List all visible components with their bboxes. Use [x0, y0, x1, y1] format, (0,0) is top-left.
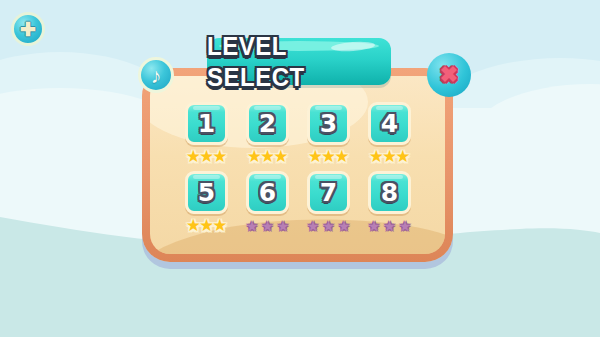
level-cell: 7★★★ [307, 171, 350, 235]
star-gold-icon: ★ [334, 147, 349, 166]
level-5-button[interactable]: 5 [185, 171, 228, 214]
level-8-stars: ★★★ [366, 217, 413, 235]
star-purple-icon: ★ [277, 218, 290, 234]
star-purple-icon: ★ [399, 218, 412, 234]
level-6-button[interactable]: 6 [246, 171, 289, 214]
close-button[interactable]: ✖ [427, 53, 471, 97]
level-1-stars: ★★★ [187, 148, 227, 166]
level-1-button[interactable]: 1 [185, 102, 228, 145]
level-cell: 6★★★ [246, 171, 289, 235]
star-gold-icon: ★ [212, 216, 227, 235]
level-4-button[interactable]: 4 [368, 102, 411, 145]
star-gold-icon: ★ [395, 147, 410, 166]
level-3-button[interactable]: 3 [307, 102, 350, 145]
plus-icon: ✚ [20, 20, 36, 39]
level-grid: 1★★★2★★★3★★★4★★★5★★★6★★★7★★★8★★★ [185, 102, 411, 235]
level-2-stars: ★★★ [248, 148, 288, 166]
star-purple-icon: ★ [307, 218, 320, 234]
level-3-stars: ★★★ [309, 148, 349, 166]
star-purple-icon: ★ [261, 218, 274, 234]
star-purple-icon: ★ [246, 218, 259, 234]
add-button[interactable]: ✚ [11, 12, 45, 46]
level-7-button[interactable]: 7 [307, 171, 350, 214]
star-purple-icon: ★ [368, 218, 381, 234]
level-8-button[interactable]: 8 [368, 171, 411, 214]
star-purple-icon: ★ [338, 218, 351, 234]
level-6-stars: ★★★ [244, 217, 291, 235]
level-cell: 8★★★ [368, 171, 411, 235]
level-7-stars: ★★★ [305, 217, 352, 235]
level-cell: 1★★★ [185, 102, 228, 166]
music-button[interactable]: ♪ [138, 57, 174, 93]
star-purple-icon: ★ [322, 218, 335, 234]
star-purple-icon: ★ [383, 218, 396, 234]
level-cell: 3★★★ [307, 102, 350, 166]
star-gold-icon: ★ [273, 147, 288, 166]
music-note-icon: ♪ [151, 65, 162, 86]
level-2-button[interactable]: 2 [246, 102, 289, 145]
level-cell: 4★★★ [368, 102, 411, 166]
level-cell: 5★★★ [185, 171, 228, 235]
level-cell: 2★★★ [246, 102, 289, 166]
title-banner: LEVEL SELECT [207, 38, 391, 85]
close-icon: ✖ [440, 64, 458, 86]
level-4-stars: ★★★ [370, 148, 410, 166]
level-5-stars: ★★★ [187, 217, 227, 235]
page-title: LEVEL SELECT [207, 31, 391, 93]
star-gold-icon: ★ [212, 147, 227, 166]
level-select-screen: ✚ LEVEL SELECT ♪ ✖ 1★★★2★★★3★★★4★★★5★★★6… [0, 0, 600, 337]
